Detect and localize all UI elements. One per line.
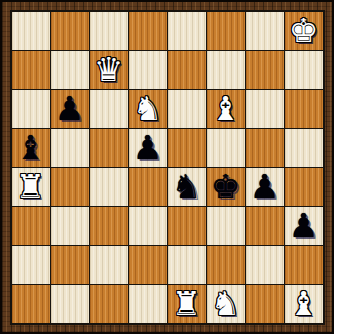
square-c3[interactable] — [90, 207, 128, 245]
square-a3[interactable] — [12, 207, 50, 245]
square-h5[interactable] — [285, 129, 323, 167]
chess-board: ♚♛♟♞♝♝♟♜♞♚♟♟♜♞♝ — [10, 10, 325, 325]
square-b4[interactable] — [51, 168, 89, 206]
square-g8[interactable] — [246, 12, 284, 50]
square-f1[interactable]: ♞ — [207, 285, 245, 323]
piece-black-pawn[interactable]: ♟ — [55, 90, 85, 128]
square-f2[interactable] — [207, 246, 245, 284]
square-g5[interactable] — [246, 129, 284, 167]
square-d3[interactable] — [129, 207, 167, 245]
piece-white-queen[interactable]: ♛ — [94, 51, 124, 89]
square-e6[interactable] — [168, 90, 206, 128]
square-d7[interactable] — [129, 51, 167, 89]
square-b1[interactable] — [51, 285, 89, 323]
square-g4[interactable]: ♟ — [246, 168, 284, 206]
board-frame: ♚♛♟♞♝♝♟♜♞♚♟♟♜♞♝ — [0, 0, 334, 334]
piece-black-king[interactable]: ♚ — [211, 168, 241, 206]
square-c7[interactable]: ♛ — [90, 51, 128, 89]
square-h6[interactable] — [285, 90, 323, 128]
square-f5[interactable] — [207, 129, 245, 167]
square-h7[interactable] — [285, 51, 323, 89]
square-b8[interactable] — [51, 12, 89, 50]
square-g6[interactable] — [246, 90, 284, 128]
square-e2[interactable] — [168, 246, 206, 284]
piece-black-bishop[interactable]: ♝ — [16, 129, 46, 167]
piece-white-knight[interactable]: ♞ — [211, 285, 241, 323]
piece-white-rook[interactable]: ♜ — [16, 168, 46, 206]
piece-white-rook[interactable]: ♜ — [172, 285, 202, 323]
square-f6[interactable]: ♝ — [207, 90, 245, 128]
square-f7[interactable] — [207, 51, 245, 89]
square-d1[interactable] — [129, 285, 167, 323]
chess-app-window: ♚♛♟♞♝♝♟♜♞♚♟♟♜♞♝ — [0, 0, 337, 336]
square-a5[interactable]: ♝ — [12, 129, 50, 167]
piece-black-pawn[interactable]: ♟ — [250, 168, 280, 206]
square-d4[interactable] — [129, 168, 167, 206]
square-c6[interactable] — [90, 90, 128, 128]
square-e7[interactable] — [168, 51, 206, 89]
square-e8[interactable] — [168, 12, 206, 50]
square-e1[interactable]: ♜ — [168, 285, 206, 323]
square-a7[interactable] — [12, 51, 50, 89]
square-e4[interactable]: ♞ — [168, 168, 206, 206]
square-a1[interactable] — [12, 285, 50, 323]
square-h3[interactable]: ♟ — [285, 207, 323, 245]
piece-black-pawn[interactable]: ♟ — [133, 129, 163, 167]
square-f3[interactable] — [207, 207, 245, 245]
square-c1[interactable] — [90, 285, 128, 323]
piece-white-bishop[interactable]: ♝ — [289, 285, 319, 323]
square-d8[interactable] — [129, 12, 167, 50]
square-g7[interactable] — [246, 51, 284, 89]
piece-white-knight[interactable]: ♞ — [133, 90, 163, 128]
square-h8[interactable]: ♚ — [285, 12, 323, 50]
square-g2[interactable] — [246, 246, 284, 284]
square-g1[interactable] — [246, 285, 284, 323]
square-e3[interactable] — [168, 207, 206, 245]
square-e5[interactable] — [168, 129, 206, 167]
square-b2[interactable] — [51, 246, 89, 284]
square-a2[interactable] — [12, 246, 50, 284]
square-c2[interactable] — [90, 246, 128, 284]
square-h1[interactable]: ♝ — [285, 285, 323, 323]
square-f4[interactable]: ♚ — [207, 168, 245, 206]
square-d6[interactable]: ♞ — [129, 90, 167, 128]
square-b3[interactable] — [51, 207, 89, 245]
square-a6[interactable] — [12, 90, 50, 128]
piece-black-knight[interactable]: ♞ — [172, 168, 202, 206]
square-h2[interactable] — [285, 246, 323, 284]
square-h4[interactable] — [285, 168, 323, 206]
square-b6[interactable]: ♟ — [51, 90, 89, 128]
square-b5[interactable] — [51, 129, 89, 167]
square-c5[interactable] — [90, 129, 128, 167]
square-a8[interactable] — [12, 12, 50, 50]
square-c4[interactable] — [90, 168, 128, 206]
piece-white-bishop[interactable]: ♝ — [211, 90, 241, 128]
piece-black-pawn[interactable]: ♟ — [289, 207, 319, 245]
piece-white-king[interactable]: ♚ — [289, 12, 319, 50]
square-g3[interactable] — [246, 207, 284, 245]
square-c8[interactable] — [90, 12, 128, 50]
square-a4[interactable]: ♜ — [12, 168, 50, 206]
square-f8[interactable] — [207, 12, 245, 50]
square-d5[interactable]: ♟ — [129, 129, 167, 167]
square-b7[interactable] — [51, 51, 89, 89]
square-d2[interactable] — [129, 246, 167, 284]
